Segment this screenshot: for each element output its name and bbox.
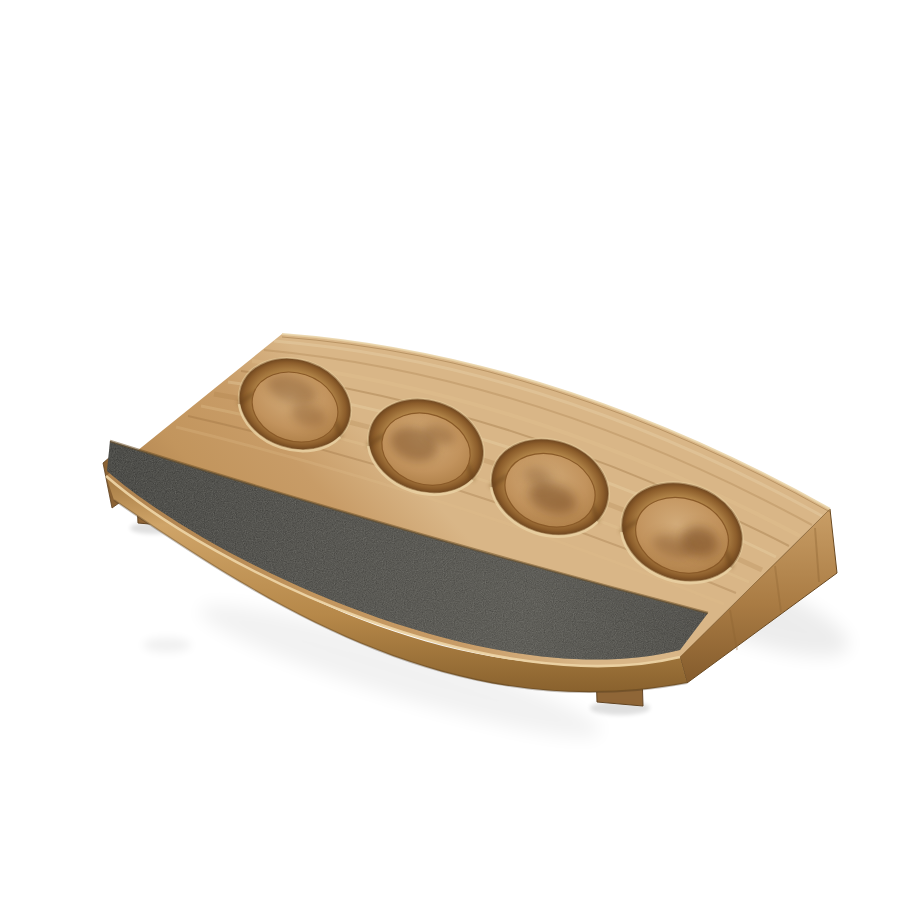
shadow-smudge-left xyxy=(143,638,191,652)
product-photo xyxy=(40,16,900,900)
flight-tray-illustration xyxy=(40,16,900,900)
